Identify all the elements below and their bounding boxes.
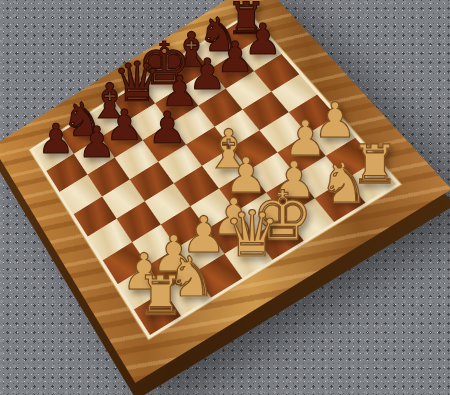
piece-white-rook-a1[interactable]: ♜ (137, 269, 185, 323)
piece-white-queen-d1[interactable]: ♛ (223, 204, 280, 268)
piece-black-pawn-a8[interactable]: ♟ (37, 119, 74, 160)
piece-black-pawn-b7[interactable]: ♟ (78, 121, 116, 164)
piece-white-knight-g1[interactable]: ♞ (319, 155, 369, 211)
piece-black-pawn-d6[interactable]: ♟ (148, 107, 188, 151)
